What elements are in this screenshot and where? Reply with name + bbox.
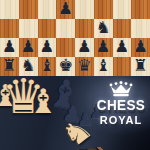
game-title-line2: ROYAL [94, 114, 148, 126]
square[interactable] [131, 0, 150, 19]
square[interactable]: ♝ [38, 57, 57, 76]
square[interactable] [38, 0, 57, 19]
square[interactable] [113, 0, 132, 19]
square[interactable]: ♟ [94, 38, 113, 57]
square[interactable] [113, 57, 132, 76]
square[interactable]: ♛ [75, 57, 94, 76]
square[interactable]: ♟ [131, 38, 150, 57]
square[interactable] [56, 19, 75, 38]
square[interactable] [94, 0, 113, 19]
chess-royal-screenshot: ♟♞♟♟♟♟♟♟♟♜♞♝♚♛♝♜ ♝♛♝♝♟♟♟♞ CHESS ROYAL [0, 0, 150, 150]
black-pawn[interactable]: ♟ [133, 39, 148, 56]
brand-block: CHESS ROYAL [94, 81, 148, 126]
cream-queen-large: ♛ [2, 76, 45, 120]
promo-banner: ♝♛♝♝♟♟♟♞ CHESS ROYAL [0, 76, 150, 150]
black-knight[interactable]: ♞ [21, 58, 36, 75]
square[interactable] [19, 0, 38, 19]
black-pawn[interactable]: ♟ [2, 39, 17, 56]
square[interactable] [75, 19, 94, 38]
square[interactable] [0, 19, 19, 38]
black-pawn[interactable]: ♟ [39, 39, 54, 56]
black-bishop[interactable]: ♝ [96, 58, 111, 75]
square[interactable]: ♜ [0, 57, 19, 76]
square[interactable] [56, 38, 75, 57]
black-pawn[interactable]: ♟ [21, 39, 36, 56]
black-pawn[interactable]: ♟ [77, 39, 92, 56]
square[interactable]: ♟ [0, 38, 19, 57]
square[interactable]: ♝ [94, 57, 113, 76]
square[interactable]: ♞ [94, 19, 113, 38]
black-rook[interactable]: ♜ [133, 58, 148, 75]
black-queen[interactable]: ♛ [77, 58, 92, 75]
chess-board[interactable]: ♟♞♟♟♟♟♟♟♟♜♞♝♚♛♝♜ [0, 0, 150, 76]
black-pawn[interactable]: ♟ [58, 1, 73, 18]
scene-chessboard-floor [0, 147, 127, 150]
crown-icon [108, 81, 134, 97]
square[interactable] [75, 0, 94, 19]
chess-3d-scene: ♝♛♝♝♟♟♟♞ [0, 76, 102, 150]
black-rook[interactable]: ♜ [2, 58, 17, 75]
game-title-line1: CHESS [94, 97, 148, 113]
square[interactable] [131, 19, 150, 38]
square[interactable]: ♞ [19, 57, 38, 76]
square[interactable] [0, 0, 19, 19]
square[interactable] [38, 19, 57, 38]
square[interactable] [113, 19, 132, 38]
black-pawn[interactable]: ♟ [96, 39, 111, 56]
square[interactable]: ♟ [19, 38, 38, 57]
black-king[interactable]: ♚ [58, 58, 73, 75]
square[interactable]: ♟ [75, 38, 94, 57]
square[interactable]: ♟ [113, 38, 132, 57]
square[interactable]: ♟ [38, 38, 57, 57]
square[interactable]: ♟ [56, 0, 75, 19]
black-pawn[interactable]: ♟ [114, 39, 129, 56]
black-bishop[interactable]: ♝ [39, 58, 54, 75]
square[interactable]: ♚ [56, 57, 75, 76]
black-knight[interactable]: ♞ [96, 20, 111, 37]
square[interactable]: ♜ [131, 57, 150, 76]
square[interactable] [19, 19, 38, 38]
